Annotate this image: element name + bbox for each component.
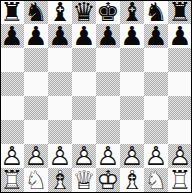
- piece-white-knight: ♞♘: [24, 168, 48, 192]
- piece-white-rook: ♜♖: [0, 168, 24, 192]
- square-e4[interactable]: [96, 96, 120, 120]
- white-piece-outline: ♖: [0, 168, 24, 192]
- square-a7[interactable]: ♟: [0, 24, 24, 48]
- square-d7[interactable]: ♟: [72, 24, 96, 48]
- black-piece-glyph: ♟: [24, 24, 48, 48]
- piece-black-pawn: ♟: [24, 24, 48, 48]
- square-d5[interactable]: [72, 72, 96, 96]
- black-piece-glyph: ♟: [48, 24, 72, 48]
- black-piece-glyph: ♟: [72, 24, 96, 48]
- square-f5[interactable]: [120, 72, 144, 96]
- square-b1[interactable]: ♞♘: [24, 168, 48, 192]
- square-b6[interactable]: [24, 48, 48, 72]
- square-h7[interactable]: ♟: [168, 24, 192, 48]
- square-c1[interactable]: ♝♗: [48, 168, 72, 192]
- piece-black-pawn: ♟: [120, 24, 144, 48]
- piece-white-bishop: ♝♗: [120, 168, 144, 192]
- chess-board: ♜♞♝♛♚♝♞♜♟♟♟♟♟♟♟♟♟♙♟♙♟♙♟♙♟♙♟♙♟♙♟♙♜♖♞♘♝♗♛♕…: [0, 0, 192, 193]
- white-piece-outline: ♗: [48, 168, 72, 192]
- piece-black-pawn: ♟: [48, 24, 72, 48]
- square-g1[interactable]: ♞♘: [144, 168, 168, 192]
- piece-black-pawn: ♟: [168, 24, 192, 48]
- square-g6[interactable]: [144, 48, 168, 72]
- piece-black-pawn: ♟: [0, 24, 24, 48]
- square-f6[interactable]: [120, 48, 144, 72]
- square-f1[interactable]: ♝♗: [120, 168, 144, 192]
- black-piece-glyph: ♟: [168, 24, 192, 48]
- square-g4[interactable]: [144, 96, 168, 120]
- white-piece-outline: ♖: [168, 168, 192, 192]
- piece-black-pawn: ♟: [144, 24, 168, 48]
- square-a4[interactable]: [0, 96, 24, 120]
- square-e7[interactable]: ♟: [96, 24, 120, 48]
- piece-white-rook: ♜♖: [168, 168, 192, 192]
- square-a6[interactable]: [0, 48, 24, 72]
- piece-black-pawn: ♟: [96, 24, 120, 48]
- square-d1[interactable]: ♛♕: [72, 168, 96, 192]
- white-piece-outline: ♕: [72, 168, 96, 192]
- square-g7[interactable]: ♟: [144, 24, 168, 48]
- piece-white-king: ♚♔: [96, 168, 120, 192]
- piece-white-knight: ♞♘: [144, 168, 168, 192]
- square-g5[interactable]: [144, 72, 168, 96]
- square-f7[interactable]: ♟: [120, 24, 144, 48]
- square-e6[interactable]: [96, 48, 120, 72]
- square-e5[interactable]: [96, 72, 120, 96]
- black-piece-glyph: ♟: [144, 24, 168, 48]
- white-piece-outline: ♗: [120, 168, 144, 192]
- square-e1[interactable]: ♚♔: [96, 168, 120, 192]
- square-f4[interactable]: [120, 96, 144, 120]
- square-h1[interactable]: ♜♖: [168, 168, 192, 192]
- square-c5[interactable]: [48, 72, 72, 96]
- square-b4[interactable]: [24, 96, 48, 120]
- black-piece-glyph: ♟: [96, 24, 120, 48]
- black-piece-glyph: ♟: [0, 24, 24, 48]
- square-b7[interactable]: ♟: [24, 24, 48, 48]
- board-grid: ♜♞♝♛♚♝♞♜♟♟♟♟♟♟♟♟♟♙♟♙♟♙♟♙♟♙♟♙♟♙♟♙♜♖♞♘♝♗♛♕…: [0, 0, 192, 192]
- square-a1[interactable]: ♜♖: [0, 168, 24, 192]
- square-h5[interactable]: [168, 72, 192, 96]
- square-h6[interactable]: [168, 48, 192, 72]
- square-b5[interactable]: [24, 72, 48, 96]
- piece-white-bishop: ♝♗: [48, 168, 72, 192]
- square-d6[interactable]: [72, 48, 96, 72]
- white-piece-outline: ♔: [96, 168, 120, 192]
- square-d4[interactable]: [72, 96, 96, 120]
- white-piece-outline: ♘: [144, 168, 168, 192]
- square-c6[interactable]: [48, 48, 72, 72]
- white-piece-outline: ♘: [24, 168, 48, 192]
- piece-black-pawn: ♟: [72, 24, 96, 48]
- square-h4[interactable]: [168, 96, 192, 120]
- piece-white-queen: ♛♕: [72, 168, 96, 192]
- black-piece-glyph: ♟: [120, 24, 144, 48]
- square-c4[interactable]: [48, 96, 72, 120]
- square-a5[interactable]: [0, 72, 24, 96]
- square-c7[interactable]: ♟: [48, 24, 72, 48]
